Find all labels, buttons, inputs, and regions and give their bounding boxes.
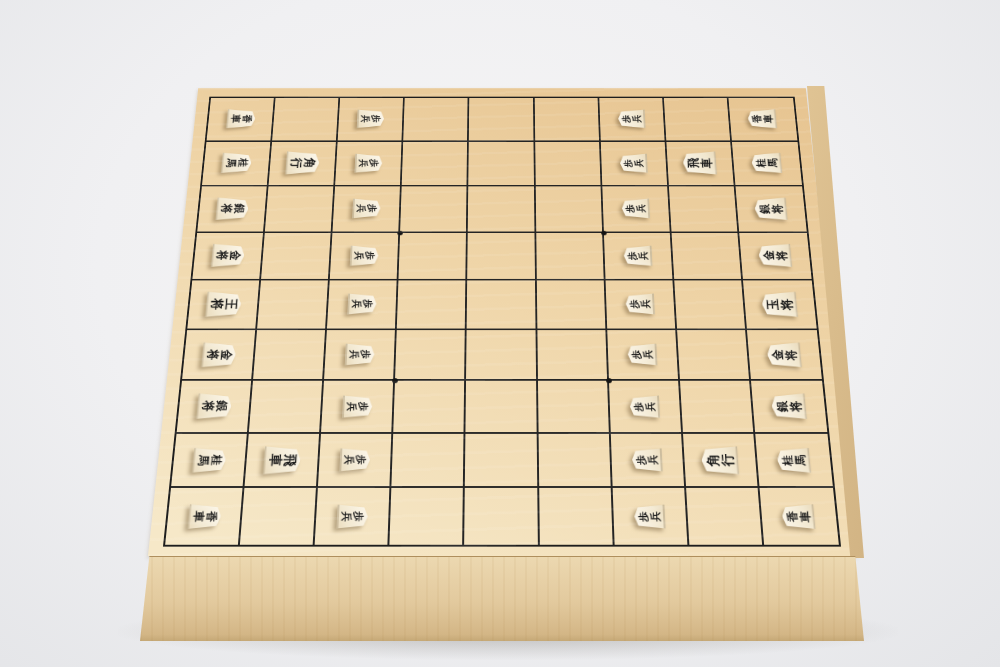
board-cell-r4c3[interactable]: 歩兵 (330, 233, 400, 281)
board-cell-r4c1[interactable]: 金将 (192, 233, 265, 281)
piece-kanji: 兵 (642, 350, 653, 359)
piece-kanji: 歩 (631, 350, 642, 359)
board-cell-r7c8[interactable] (680, 381, 755, 434)
piece-kanji: 歩 (369, 159, 380, 167)
piece-kanji: 将 (206, 349, 220, 360)
board-cell-r6c7[interactable]: 歩兵 (607, 330, 680, 381)
board-cell-r4c6[interactable] (536, 233, 605, 281)
board-cell-r6c2[interactable] (253, 330, 327, 381)
board-cell-r2c4[interactable] (402, 142, 469, 187)
piece-tile: 玉将 (761, 291, 799, 317)
piece-kanji: 歩 (362, 300, 373, 309)
board-cell-r2c2[interactable]: 角行 (269, 142, 338, 187)
piece-gold-right[interactable]: 金将 (768, 340, 800, 370)
board-cell-r7c5[interactable] (466, 381, 538, 434)
board-cell-r1c1[interactable]: 香車 (206, 98, 275, 142)
board-cell-r6c1[interactable]: 金将 (182, 330, 257, 381)
board-cell-r3c3[interactable]: 歩兵 (333, 186, 402, 232)
piece-tile: 飛車 (263, 445, 302, 474)
piece-tile: 桂馬 (192, 447, 227, 473)
piece-kanji: 馬 (196, 455, 209, 466)
board-cell-r5c4[interactable] (397, 281, 468, 330)
board-cell-r7c6[interactable] (538, 381, 611, 434)
piece-tile: 香車 (781, 503, 816, 529)
piece-tile: 歩兵 (625, 293, 655, 315)
board-cell-r2c9[interactable]: 桂馬 (732, 142, 802, 187)
board-cell-r9c9[interactable]: 香車 (759, 488, 838, 544)
piece-pawn-left[interactable]: 歩兵 (359, 108, 383, 130)
board-cell-r9c5[interactable] (465, 488, 540, 544)
piece-kanji: 歩 (371, 115, 381, 123)
piece-tile: 歩兵 (347, 293, 377, 315)
piece-tile: 歩兵 (627, 343, 657, 365)
board-cell-r2c7[interactable]: 歩兵 (600, 142, 668, 187)
piece-pawn-right[interactable]: 歩兵 (623, 197, 648, 220)
board-cell-r1c4[interactable] (403, 98, 469, 142)
piece-tile: 桂馬 (220, 153, 252, 174)
piece-kanji: 車 (229, 115, 241, 123)
piece-tile: 歩兵 (623, 245, 652, 266)
piece-kanji: 兵 (635, 205, 646, 213)
piece-tile: 歩兵 (342, 395, 373, 418)
piece-pawn-right[interactable]: 歩兵 (625, 244, 651, 268)
board-cell-r4c7[interactable]: 歩兵 (604, 233, 674, 281)
board-cell-r9c7[interactable]: 歩兵 (612, 488, 689, 544)
piece-tile: 金将 (201, 342, 237, 368)
piece-tile: 歩兵 (340, 448, 371, 472)
piece-kanji: 金 (228, 251, 241, 261)
board-cell-r1c5[interactable] (469, 98, 535, 142)
piece-kanji: 歩 (352, 511, 364, 521)
board-cell-r2c5[interactable] (469, 142, 536, 187)
piece-kanji: 歩 (638, 511, 650, 521)
piece-bishop-left[interactable]: 角行 (287, 149, 318, 177)
piece-tile: 金将 (210, 244, 245, 268)
star-point (606, 378, 612, 383)
piece-kanji: 香 (204, 511, 218, 522)
board-cell-r1c2[interactable] (272, 98, 340, 142)
piece-kanji: 将 (779, 299, 794, 310)
piece-kanji: 歩 (357, 402, 369, 411)
piece-kanji: 将 (770, 204, 783, 214)
board-cell-r2c3[interactable]: 歩兵 (335, 142, 403, 187)
piece-tile: 歩兵 (621, 199, 650, 219)
piece-kanji: 金 (218, 349, 232, 360)
board-cell-r7c1[interactable]: 銀将 (177, 381, 254, 434)
board-cell-r9c6[interactable] (539, 488, 614, 544)
board-cell-r6c3[interactable]: 歩兵 (324, 330, 397, 381)
piece-kanji: 歩 (364, 251, 375, 260)
board-cell-r8c2[interactable]: 飛車 (245, 434, 322, 489)
piece-tile: 歩兵 (634, 504, 666, 529)
board-cell-r1c8[interactable] (664, 98, 732, 142)
board-cell-r5c6[interactable] (536, 281, 607, 330)
board-cell-r8c6[interactable] (538, 434, 612, 489)
board-cell-r5c3[interactable]: 歩兵 (327, 281, 399, 330)
piece-tile: 銀将 (215, 197, 249, 220)
board-cell-r6c4[interactable] (395, 330, 467, 381)
piece-silver-right[interactable]: 銀将 (773, 391, 805, 422)
board-cell-r8c4[interactable] (392, 434, 466, 489)
board-cell-r2c6[interactable] (535, 142, 602, 187)
board-top-face: 香車歩兵歩兵香車桂馬角行歩兵歩兵飛車桂馬銀将歩兵歩兵銀将金将歩兵歩兵金将王将歩兵… (148, 88, 856, 556)
piece-gold-right[interactable]: 金将 (760, 242, 791, 270)
piece-kanji: 角 (302, 158, 316, 168)
board-cell-r8c9[interactable]: 桂馬 (755, 434, 833, 489)
piece-kanji: 兵 (649, 511, 661, 521)
piece-tile: 歩兵 (618, 109, 646, 128)
piece-kanji: 兵 (349, 350, 360, 359)
star-point (601, 230, 607, 235)
board-cell-r3c1[interactable]: 銀将 (197, 186, 268, 232)
piece-kanji: 歩 (623, 159, 634, 167)
board-front-side (140, 556, 864, 641)
piece-kanji: 兵 (344, 455, 356, 465)
piece-tile: 銀将 (770, 393, 807, 420)
piece-tile: 歩兵 (619, 153, 647, 173)
piece-lance-right[interactable]: 香車 (784, 501, 814, 531)
piece-kanji: 兵 (647, 455, 659, 465)
piece-kanji: 馬 (766, 159, 778, 168)
piece-kanji: 兵 (356, 205, 367, 213)
piece-tile: 金将 (758, 244, 793, 268)
board-cell-r7c2[interactable] (249, 381, 324, 434)
piece-kanji: 将 (784, 349, 798, 360)
board-cell-r8c8[interactable]: 角行 (683, 434, 760, 489)
piece-kanji: 行 (719, 454, 734, 466)
board-cell-r5c1[interactable]: 王将 (187, 281, 261, 330)
piece-kanji: 歩 (625, 205, 636, 213)
board-cell-r3c2[interactable] (265, 186, 335, 232)
piece-kanji: 車 (267, 454, 282, 466)
board-cell-r4c2[interactable] (261, 233, 333, 281)
board-cell-r2c1[interactable]: 桂馬 (202, 142, 272, 187)
piece-gold-left[interactable]: 金将 (203, 340, 235, 370)
board-cell-r5c2[interactable] (257, 281, 330, 330)
piece-tile: 角行 (700, 445, 739, 474)
piece-kanji: 歩 (627, 251, 638, 260)
piece-tile: 銀将 (754, 197, 788, 220)
piece-tile: 桂馬 (776, 447, 811, 473)
board-cell-r1c9[interactable]: 香車 (728, 98, 797, 142)
piece-kanji: 行 (289, 158, 303, 168)
piece-kanji: 兵 (640, 300, 651, 309)
piece-kanji: 兵 (346, 402, 358, 411)
board-cell-r3c5[interactable] (468, 186, 536, 232)
piece-tile: 歩兵 (337, 504, 369, 529)
piece-kanji: 歩 (360, 350, 371, 359)
piece-kanji: 将 (215, 251, 228, 261)
board-cell-r4c8[interactable] (671, 233, 743, 281)
board-cell-r5c9[interactable]: 玉将 (743, 281, 817, 330)
board-cell-r9c1[interactable]: 香車 (165, 488, 244, 544)
piece-pawn-right[interactable]: 歩兵 (621, 152, 646, 175)
piece-kanji: 飛 (282, 454, 297, 466)
piece-knight-right[interactable]: 桂馬 (753, 151, 781, 176)
piece-kanji: 歩 (635, 455, 647, 465)
piece-pawn-left[interactable]: 歩兵 (352, 244, 378, 268)
board-cell-r8c3[interactable]: 歩兵 (318, 434, 393, 489)
piece-tile: 歩兵 (631, 448, 662, 472)
piece-silver-right[interactable]: 銀将 (756, 195, 786, 222)
piece-pawn-left[interactable]: 歩兵 (339, 502, 367, 530)
board-cell-r7c7[interactable]: 歩兵 (609, 381, 683, 434)
piece-kanji: 兵 (637, 251, 648, 260)
piece-pawn-left[interactable]: 歩兵 (349, 292, 375, 317)
piece-kanji: 王 (223, 299, 238, 310)
piece-kanji: 将 (201, 401, 215, 412)
piece-pawn-right[interactable]: 歩兵 (631, 393, 658, 420)
piece-tile: 歩兵 (355, 153, 383, 173)
board-cell-r8c1[interactable]: 桂馬 (171, 434, 249, 489)
board-grid: 香車歩兵歩兵香車桂馬角行歩兵歩兵飛車桂馬銀将歩兵歩兵銀将金将歩兵歩兵金将王将歩兵… (163, 97, 841, 547)
piece-tile: 香車 (187, 503, 222, 529)
piece-kanji: 将 (220, 204, 233, 214)
piece-pawn-right[interactable]: 歩兵 (635, 502, 663, 530)
piece-pawn-right[interactable]: 歩兵 (629, 342, 656, 368)
piece-kanji: 銀 (232, 204, 245, 214)
piece-tile: 歩兵 (352, 199, 381, 219)
piece-lance-right[interactable]: 香車 (749, 107, 775, 130)
piece-bishop-right[interactable]: 角行 (703, 443, 737, 477)
piece-kanji: 歩 (629, 300, 640, 309)
piece-silver-left[interactable]: 銀将 (198, 391, 230, 422)
photo-background: 香車歩兵歩兵香車桂馬角行歩兵歩兵飛車桂馬銀将歩兵歩兵銀将金将歩兵歩兵金将王将歩兵… (0, 0, 1000, 667)
board-cell-r5c5[interactable] (467, 281, 537, 330)
piece-kanji: 馬 (793, 455, 806, 466)
board-cell-r6c6[interactable] (537, 330, 609, 381)
piece-rook-left[interactable]: 飛車 (265, 443, 299, 477)
piece-king-right[interactable]: 玉将 (763, 289, 796, 319)
piece-kanji: 歩 (367, 205, 378, 213)
board-cell-r7c9[interactable]: 銀将 (751, 381, 828, 434)
piece-tile: 香車 (747, 109, 777, 129)
piece-kanji: 歩 (633, 402, 645, 411)
piece-kanji: 歩 (355, 455, 367, 465)
piece-kanji: 兵 (358, 159, 369, 167)
piece-tile: 歩兵 (629, 395, 660, 418)
board-cell-r8c5[interactable] (465, 434, 539, 489)
board-cell-r1c7[interactable]: 歩兵 (599, 98, 666, 142)
board-cell-r4c9[interactable]: 金将 (739, 233, 812, 281)
board-cell-r8c7[interactable]: 歩兵 (610, 434, 685, 489)
board-cell-r1c6[interactable] (534, 98, 600, 142)
board-cell-r4c5[interactable] (468, 233, 537, 281)
board-cell-r6c8[interactable] (677, 330, 751, 381)
board-cell-r3c7[interactable]: 歩兵 (602, 186, 671, 232)
piece-tile: 歩兵 (350, 245, 379, 266)
piece-rook-right[interactable]: 飛車 (684, 149, 715, 177)
piece-kanji: 兵 (361, 115, 371, 123)
piece-tile: 王将 (205, 291, 243, 317)
board-cell-r9c4[interactable] (390, 488, 465, 544)
piece-lance-left[interactable]: 香車 (227, 107, 253, 130)
piece-knight-left[interactable]: 桂馬 (194, 445, 225, 475)
piece-knight-right[interactable]: 桂馬 (778, 445, 809, 475)
board-cell-r4c4[interactable] (399, 233, 468, 281)
piece-kanji: 兵 (644, 402, 656, 411)
board-cell-r9c8[interactable] (686, 488, 764, 544)
piece-kanji: 将 (775, 251, 788, 261)
board-cell-r3c6[interactable] (535, 186, 603, 232)
piece-kanji: 兵 (633, 159, 644, 167)
board-cell-r9c2[interactable] (240, 488, 318, 544)
piece-king-left[interactable]: 王将 (207, 289, 240, 319)
board-cell-r3c9[interactable]: 銀将 (735, 186, 806, 232)
piece-tile: 桂馬 (751, 153, 783, 174)
board-cell-r5c8[interactable] (674, 281, 747, 330)
board-cell-r7c4[interactable] (394, 381, 467, 434)
piece-kanji: 車 (798, 511, 812, 522)
piece-kanji: 兵 (341, 511, 353, 521)
piece-kanji: 兵 (354, 251, 365, 260)
board-cell-r7c3[interactable]: 歩兵 (321, 381, 395, 434)
piece-kanji: 歩 (621, 115, 631, 123)
piece-knight-left[interactable]: 桂馬 (223, 151, 251, 176)
board-cell-r5c7[interactable]: 歩兵 (605, 281, 677, 330)
piece-pawn-right[interactable]: 歩兵 (633, 446, 660, 473)
board-cell-r9c3[interactable]: 歩兵 (315, 488, 392, 544)
piece-tile: 歩兵 (345, 343, 375, 365)
board-cell-r2c8[interactable]: 飛車 (666, 142, 735, 187)
piece-kanji: 馬 (225, 159, 237, 168)
piece-pawn-left[interactable]: 歩兵 (344, 393, 371, 420)
board-cell-r1c3[interactable]: 歩兵 (338, 98, 405, 142)
piece-pawn-left[interactable]: 歩兵 (341, 446, 368, 473)
piece-silver-left[interactable]: 銀将 (217, 195, 247, 222)
piece-kanji: 将 (788, 401, 802, 412)
piece-pawn-left[interactable]: 歩兵 (356, 152, 381, 175)
piece-kanji: 車 (762, 115, 774, 123)
piece-kanji: 兵 (351, 300, 362, 309)
piece-tile: 歩兵 (357, 109, 385, 128)
board-cell-r3c8[interactable] (669, 186, 739, 232)
piece-tile: 金将 (766, 342, 802, 368)
board-cell-r3c4[interactable] (400, 186, 468, 232)
piece-kanji: 兵 (631, 115, 641, 123)
piece-kanji: 将 (209, 299, 224, 310)
piece-kanji: 銀 (214, 401, 228, 412)
piece-tile: 香車 (225, 109, 255, 129)
piece-pawn-left[interactable]: 歩兵 (354, 197, 379, 220)
piece-kanji: 車 (191, 511, 205, 522)
piece-tile: 飛車 (682, 151, 717, 175)
piece-pawn-left[interactable]: 歩兵 (347, 342, 374, 368)
piece-tile: 銀将 (196, 393, 233, 420)
piece-kanji: 桂 (209, 455, 222, 466)
piece-pawn-right[interactable]: 歩兵 (627, 292, 653, 317)
board-cell-r6c5[interactable] (466, 330, 537, 381)
piece-gold-left[interactable]: 金将 (213, 242, 244, 270)
piece-tile: 角行 (285, 151, 320, 175)
board-cell-r6c9[interactable]: 金将 (747, 330, 822, 381)
piece-kanji: 車 (699, 158, 713, 168)
piece-kanji: 香 (240, 115, 252, 123)
piece-kanji: 桂 (236, 159, 248, 168)
piece-pawn-right[interactable]: 歩兵 (619, 108, 643, 130)
piece-lance-left[interactable]: 香車 (189, 501, 219, 531)
